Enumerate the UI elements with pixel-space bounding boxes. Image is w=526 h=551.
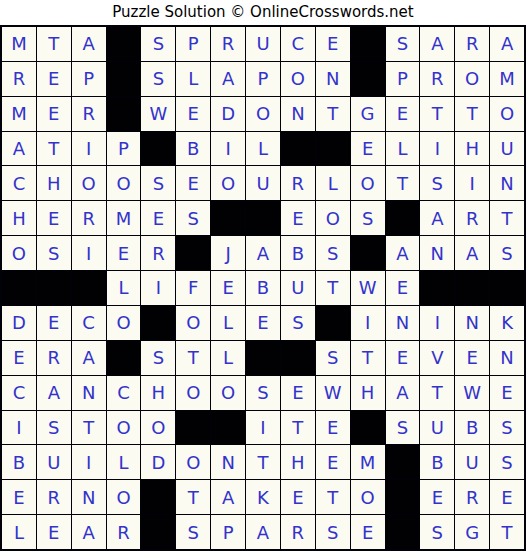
black-cell: [386, 445, 420, 479]
letter-cell: T: [176, 341, 210, 375]
letter-cell: R: [281, 515, 315, 549]
letter-cell: N: [211, 445, 245, 479]
letter-cell: L: [246, 132, 280, 166]
letter-cell: M: [351, 445, 385, 479]
letter-cell: S: [490, 411, 524, 445]
letter-cell: T: [490, 201, 524, 235]
black-cell: [211, 411, 245, 445]
letter-cell: T: [246, 445, 280, 479]
letter-cell: G: [455, 515, 489, 549]
letter-cell: R: [455, 201, 489, 235]
letter-cell: K: [246, 480, 280, 514]
letter-cell: T: [37, 132, 71, 166]
letter-cell: L: [386, 132, 420, 166]
black-cell: [107, 341, 141, 375]
letter-cell: R: [72, 97, 106, 131]
letter-cell: T: [490, 515, 524, 549]
letter-cell: R: [141, 236, 175, 270]
letter-cell: S: [490, 236, 524, 270]
letter-cell: N: [281, 97, 315, 131]
letter-cell: P: [107, 132, 141, 166]
letter-cell: E: [2, 341, 36, 375]
letter-cell: B: [281, 236, 315, 270]
letter-cell: B: [455, 411, 489, 445]
letter-cell: O: [351, 480, 385, 514]
letter-cell: E: [37, 62, 71, 96]
letter-cell: E: [316, 445, 350, 479]
letter-cell: P: [246, 62, 280, 96]
letter-cell: A: [490, 27, 524, 61]
letter-cell: T: [72, 411, 106, 445]
letter-cell: A: [246, 515, 280, 549]
letter-cell: O: [490, 97, 524, 131]
letter-cell: S: [176, 515, 210, 549]
letter-cell: S: [281, 306, 315, 340]
letter-cell: B: [2, 445, 36, 479]
letter-cell: A: [72, 27, 106, 61]
letter-cell: S: [316, 515, 350, 549]
letter-cell: O: [176, 445, 210, 479]
black-cell: [386, 201, 420, 235]
letter-cell: O: [246, 97, 280, 131]
letter-cell: I: [72, 132, 106, 166]
black-cell: [246, 201, 280, 235]
letter-cell: P: [72, 62, 106, 96]
letter-cell: O: [351, 166, 385, 200]
letter-cell: E: [386, 341, 420, 375]
letter-cell: W: [351, 271, 385, 305]
letter-cell: R: [211, 27, 245, 61]
black-cell: [351, 27, 385, 61]
letter-cell: T: [351, 341, 385, 375]
letter-cell: I: [455, 166, 489, 200]
letter-cell: T: [316, 97, 350, 131]
letter-cell: H: [141, 376, 175, 410]
letter-cell: E: [211, 271, 245, 305]
letter-cell: A: [2, 132, 36, 166]
letter-cell: U: [246, 27, 280, 61]
black-cell: [37, 271, 71, 305]
letter-cell: E: [2, 480, 36, 514]
letter-cell: S: [420, 515, 454, 549]
letter-cell: E: [316, 27, 350, 61]
black-cell: [176, 411, 210, 445]
letter-cell: L: [107, 445, 141, 479]
letter-cell: E: [37, 201, 71, 235]
letter-cell: U: [246, 166, 280, 200]
letter-cell: I: [420, 306, 454, 340]
black-cell: [281, 132, 315, 166]
letter-cell: O: [455, 62, 489, 96]
letter-cell: O: [141, 411, 175, 445]
letter-cell: M: [2, 27, 36, 61]
letter-cell: E: [281, 480, 315, 514]
letter-cell: N: [420, 236, 454, 270]
crossword-grid: MTASPRUCESARAREPSLAPONPROMMERWEDONTGETTO…: [0, 25, 526, 551]
black-cell: [107, 27, 141, 61]
letter-cell: E: [386, 271, 420, 305]
letter-cell: S: [351, 201, 385, 235]
letter-cell: O: [107, 166, 141, 200]
letter-cell: O: [211, 166, 245, 200]
letter-cell: H: [455, 132, 489, 166]
letter-cell: E: [351, 132, 385, 166]
letter-cell: U: [455, 445, 489, 479]
letter-cell: T: [176, 480, 210, 514]
letter-cell: S: [141, 62, 175, 96]
letter-cell: S: [316, 236, 350, 270]
letter-cell: W: [316, 376, 350, 410]
letter-cell: U: [281, 271, 315, 305]
letter-cell: T: [281, 411, 315, 445]
letter-cell: P: [176, 27, 210, 61]
letter-cell: M: [490, 62, 524, 96]
letter-cell: E: [281, 376, 315, 410]
letter-cell: D: [211, 97, 245, 131]
letter-cell: O: [281, 62, 315, 96]
letter-cell: S: [141, 341, 175, 375]
letter-cell: L: [211, 306, 245, 340]
letter-cell: C: [2, 376, 36, 410]
letter-cell: T: [37, 27, 71, 61]
letter-cell: O: [107, 411, 141, 445]
black-cell: [351, 62, 385, 96]
letter-cell: W: [141, 97, 175, 131]
letter-cell: R: [455, 27, 489, 61]
black-cell: [2, 271, 36, 305]
letter-cell: S: [386, 411, 420, 445]
letter-cell: B: [420, 445, 454, 479]
letter-cell: S: [37, 236, 71, 270]
letter-cell: S: [141, 27, 175, 61]
letter-cell: W: [455, 376, 489, 410]
letter-cell: O: [176, 306, 210, 340]
letter-cell: H: [351, 376, 385, 410]
letter-cell: A: [386, 376, 420, 410]
letter-cell: N: [490, 166, 524, 200]
letter-cell: R: [37, 480, 71, 514]
letter-cell: N: [316, 62, 350, 96]
letter-cell: H: [2, 201, 36, 235]
letter-cell: E: [281, 201, 315, 235]
black-cell: [107, 62, 141, 96]
letter-cell: E: [316, 411, 350, 445]
black-cell: [107, 97, 141, 131]
letter-cell: A: [37, 376, 71, 410]
letter-cell: A: [72, 515, 106, 549]
black-cell: [420, 271, 454, 305]
letter-cell: E: [246, 306, 280, 340]
letter-cell: E: [386, 97, 420, 131]
letter-cell: J: [211, 236, 245, 270]
letter-cell: E: [420, 480, 454, 514]
letter-cell: S: [420, 166, 454, 200]
letter-cell: I: [2, 411, 36, 445]
letter-cell: I: [246, 411, 280, 445]
letter-cell: I: [72, 445, 106, 479]
letter-cell: O: [107, 480, 141, 514]
letter-cell: N: [386, 306, 420, 340]
letter-cell: R: [107, 515, 141, 549]
letter-cell: L: [176, 62, 210, 96]
letter-cell: O: [316, 201, 350, 235]
letter-cell: D: [2, 306, 36, 340]
letter-cell: E: [490, 376, 524, 410]
letter-cell: A: [211, 480, 245, 514]
black-cell: [386, 515, 420, 549]
letter-cell: E: [176, 97, 210, 131]
letter-cell: P: [211, 515, 245, 549]
letter-cell: T: [386, 166, 420, 200]
letter-cell: E: [37, 306, 71, 340]
black-cell: [386, 480, 420, 514]
letter-cell: L: [316, 166, 350, 200]
letter-cell: M: [2, 97, 36, 131]
black-cell: [141, 480, 175, 514]
black-cell: [490, 271, 524, 305]
letter-cell: C: [72, 306, 106, 340]
letter-cell: I: [72, 236, 106, 270]
letter-cell: A: [211, 62, 245, 96]
letter-cell: D: [141, 445, 175, 479]
letter-cell: B: [176, 132, 210, 166]
letter-cell: S: [246, 376, 280, 410]
letter-cell: A: [386, 236, 420, 270]
black-cell: [72, 271, 106, 305]
letter-cell: B: [246, 271, 280, 305]
letter-cell: N: [72, 376, 106, 410]
letter-cell: N: [490, 341, 524, 375]
letter-cell: U: [490, 132, 524, 166]
letter-cell: O: [211, 376, 245, 410]
letter-cell: S: [141, 166, 175, 200]
letter-cell: G: [351, 97, 385, 131]
letter-cell: C: [281, 27, 315, 61]
letter-cell: O: [2, 236, 36, 270]
letter-cell: E: [37, 515, 71, 549]
black-cell: [246, 341, 280, 375]
letter-cell: E: [455, 341, 489, 375]
letter-cell: N: [72, 480, 106, 514]
letter-cell: E: [490, 480, 524, 514]
letter-cell: A: [420, 27, 454, 61]
letter-cell: L: [107, 271, 141, 305]
letter-cell: R: [2, 62, 36, 96]
letter-cell: C: [2, 166, 36, 200]
letter-cell: I: [420, 132, 454, 166]
black-cell: [316, 306, 350, 340]
letter-cell: V: [420, 341, 454, 375]
letter-cell: K: [490, 306, 524, 340]
black-cell: [211, 201, 245, 235]
letter-cell: R: [72, 201, 106, 235]
letter-cell: U: [37, 445, 71, 479]
black-cell: [351, 411, 385, 445]
letter-cell: C: [107, 376, 141, 410]
letter-cell: S: [490, 445, 524, 479]
letter-cell: S: [176, 201, 210, 235]
letter-cell: O: [72, 166, 106, 200]
letter-cell: I: [351, 306, 385, 340]
letter-cell: R: [420, 62, 454, 96]
letter-cell: T: [420, 97, 454, 131]
letter-cell: S: [386, 27, 420, 61]
black-cell: [141, 515, 175, 549]
black-cell: [176, 236, 210, 270]
letter-cell: I: [211, 132, 245, 166]
letter-cell: L: [2, 515, 36, 549]
letter-cell: A: [246, 236, 280, 270]
letter-cell: T: [316, 271, 350, 305]
letter-cell: A: [455, 236, 489, 270]
black-cell: [281, 341, 315, 375]
letter-cell: O: [107, 306, 141, 340]
letter-cell: T: [455, 97, 489, 131]
letter-cell: E: [141, 201, 175, 235]
letter-cell: R: [281, 166, 315, 200]
black-cell: [141, 306, 175, 340]
letter-cell: E: [176, 166, 210, 200]
black-cell: [455, 271, 489, 305]
letter-cell: H: [281, 445, 315, 479]
letter-cell: M: [107, 201, 141, 235]
black-cell: [141, 132, 175, 166]
letter-cell: E: [351, 515, 385, 549]
black-cell: [316, 132, 350, 166]
letter-cell: N: [455, 306, 489, 340]
letter-cell: P: [386, 62, 420, 96]
letter-cell: S: [316, 341, 350, 375]
letter-cell: T: [420, 376, 454, 410]
letter-cell: E: [37, 97, 71, 131]
letter-cell: U: [420, 411, 454, 445]
letter-cell: R: [37, 341, 71, 375]
letter-cell: E: [107, 236, 141, 270]
letter-cell: S: [37, 411, 71, 445]
letter-cell: O: [176, 376, 210, 410]
letter-cell: H: [37, 166, 71, 200]
letter-cell: L: [211, 341, 245, 375]
letter-cell: R: [455, 480, 489, 514]
black-cell: [351, 236, 385, 270]
letter-cell: A: [72, 341, 106, 375]
letter-cell: T: [316, 480, 350, 514]
page-title: Puzzle Solution © OnlineCrosswords.net: [0, 0, 526, 25]
letter-cell: A: [420, 201, 454, 235]
letter-cell: F: [176, 271, 210, 305]
letter-cell: I: [141, 271, 175, 305]
